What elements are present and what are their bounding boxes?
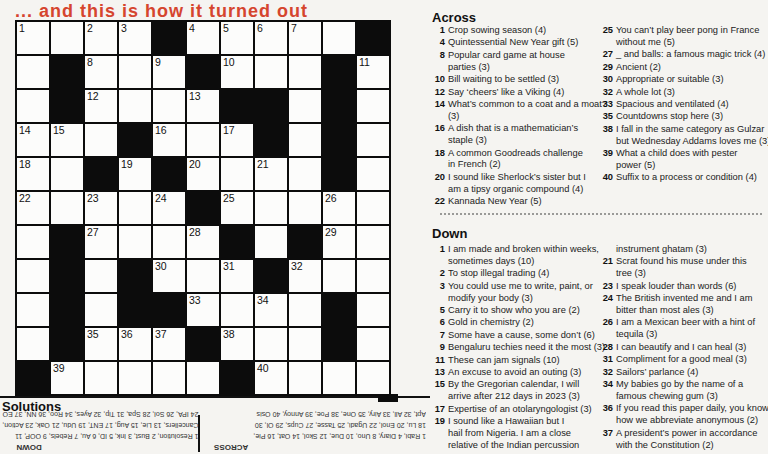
clue-text: Bill waiting to be settled (3)	[448, 74, 559, 86]
clue: 4Quintessential New Year gift (5)	[430, 37, 607, 49]
grid-cell[interactable]: 33	[187, 294, 219, 326]
clue-number: 10	[223, 56, 235, 68]
clues-divider	[440, 213, 762, 215]
down-clues-col2: instrument ghatam (3)21Scrat found his m…	[598, 244, 768, 452]
clue-number: 17	[223, 124, 235, 136]
clue-number: 30	[155, 260, 167, 272]
grid-cell[interactable]: 1	[17, 22, 49, 54]
grid-cell[interactable]	[17, 328, 49, 360]
grid-cell[interactable]	[51, 192, 83, 224]
clue: 10Bill waiting to be settled (3)	[430, 74, 607, 86]
clue-num: 35	[598, 111, 616, 123]
grid-cell-black	[255, 90, 287, 122]
down-clues-col1: 1I am made and broken within weeks,somet…	[430, 244, 605, 452]
grid-cell[interactable]: 23	[85, 192, 117, 224]
clue-number: 34	[257, 294, 269, 306]
grid-cell[interactable]	[357, 294, 389, 326]
grid-cell[interactable]: 6	[255, 22, 287, 54]
across-header: Across	[432, 10, 476, 25]
grid-cell[interactable]	[51, 22, 83, 54]
grid-cell[interactable]	[357, 362, 389, 394]
grid-cell[interactable]: 12	[85, 90, 117, 122]
clue: 24The British invented me and I ambitter…	[598, 293, 768, 317]
solutions-down-header: DOWN	[3, 442, 199, 453]
clue-number: 27	[87, 226, 99, 238]
grid-cell[interactable]: 29	[323, 226, 355, 258]
grid-cell[interactable]: 22	[17, 192, 49, 224]
clue-text: Countdowns stop here (3)	[616, 111, 723, 123]
clue-text: These can jam signals (10)	[448, 355, 560, 367]
clue-number: 36	[121, 328, 133, 340]
grid-cell[interactable]: 2	[85, 22, 117, 54]
clue-num: 1	[430, 25, 448, 37]
grid-cell-black	[51, 260, 83, 292]
clue: 25You can’t play beer pong in Francewith…	[598, 25, 768, 49]
across-clues-col1: 1Crop sowing season (4)4Quintessential N…	[430, 25, 607, 209]
clue-text: Expertise of an otolaryngologist (3)	[448, 404, 592, 416]
clue-text: I fall in the same category as Gulzarbut…	[616, 124, 768, 148]
solutions-across-header: ACROSS	[200, 442, 426, 453]
clue-number: 26	[325, 192, 337, 204]
clue: 33Spacious and ventilated (4)	[598, 99, 768, 111]
clue-text: A common Goodreads challengein French (2…	[448, 148, 583, 172]
clue-text: I am a Mexican beer with a hint oftequil…	[616, 317, 755, 341]
clue-number: 12	[87, 90, 99, 102]
clue-num: 30	[598, 74, 616, 86]
clue-number: 22	[19, 192, 31, 204]
clue-num: 27	[598, 49, 616, 61]
clue-num: 29	[598, 62, 616, 74]
clue-text: Bengaluru techies need it the most (3)	[448, 342, 605, 354]
clue-num: 17	[430, 404, 448, 416]
clue-num: 23	[598, 281, 616, 293]
grid-cell[interactable]: 16	[153, 124, 185, 156]
solutions-rule-nub	[378, 394, 398, 402]
clue-number: 23	[87, 192, 99, 204]
grid-cell[interactable]	[119, 362, 151, 394]
clue-text: By the Gregorian calendar, I willarrive …	[448, 379, 580, 403]
grid-cell[interactable]: 18	[17, 158, 49, 190]
clue-num: 28	[598, 342, 616, 354]
grid-cell-black	[323, 56, 355, 88]
grid-cell[interactable]	[85, 362, 117, 394]
grid-cell[interactable]: 3	[119, 22, 151, 54]
clue: 22Kannada New Year (5)	[430, 196, 607, 208]
clue-text: A president’s power in accordancewith th…	[616, 428, 757, 452]
clue-num: 9	[430, 342, 448, 354]
clue: 29Ancient (2)	[598, 62, 768, 74]
clue-text: Gold in chemistry (2)	[448, 317, 534, 329]
grid-cell-black	[17, 362, 49, 394]
clue: 16A dish that is a mathematician’sstaple…	[430, 123, 607, 147]
clue-num: 6	[430, 317, 448, 329]
grid-cell[interactable]	[17, 226, 49, 258]
grid-cell-black	[289, 226, 321, 258]
grid-cell[interactable]	[17, 260, 49, 292]
clue-number: 19	[121, 158, 133, 170]
clue: 37A president’s power in accordancewith …	[598, 428, 768, 452]
clue-text: I am made and broken within weeks,someti…	[448, 244, 599, 268]
clue-num: 3	[430, 281, 448, 305]
grid-cell-black	[255, 260, 287, 292]
grid-cell[interactable]: 38	[221, 328, 253, 360]
clue: 40Suffix to a process or condition (4)	[598, 172, 768, 184]
grid-cell[interactable]	[323, 22, 355, 54]
grid-cell[interactable]: 27	[85, 226, 117, 258]
clue-num: 13	[430, 367, 448, 379]
clue: 27_ and balls: a famous magic trick (4)	[598, 49, 768, 61]
clue: 32A whole lot (3)	[598, 87, 768, 99]
grid-cell[interactable]: 7	[289, 22, 321, 54]
clue-num: 7	[430, 330, 448, 342]
grid-cell[interactable]: 35	[85, 328, 117, 360]
clue-num: 19	[430, 416, 448, 452]
clue-num: 14	[430, 99, 448, 123]
clue-num: 33	[598, 99, 616, 111]
clue: 36If you read this paper daily, you know…	[598, 403, 768, 427]
grid-cell[interactable]	[289, 294, 321, 326]
grid-cell-black	[119, 294, 151, 326]
clue-text: Spacious and ventilated (4)	[616, 99, 729, 111]
clue-number: 32	[291, 260, 303, 272]
clue-number: 9	[155, 56, 161, 68]
grid-cell-black	[51, 294, 83, 326]
clue: 26I am a Mexican beer with a hint oftequ…	[598, 317, 768, 341]
grid-cell[interactable]	[357, 158, 389, 190]
clue: 6Gold in chemistry (2)	[430, 317, 605, 329]
grid-cell[interactable]	[187, 260, 219, 292]
clue-text: A dish that is a mathematician’sstaple (…	[448, 123, 578, 147]
clue-num: 31	[598, 354, 616, 366]
clue-number: 21	[257, 158, 269, 170]
clue-text: Say ‘cheers’ like a Viking (4)	[448, 87, 564, 99]
grid-cell-black	[357, 22, 389, 54]
grid-cell[interactable]	[289, 90, 321, 122]
clue-num: 18	[430, 148, 448, 172]
grid-cell[interactable]	[289, 56, 321, 88]
clue-text: You can’t play beer pong in Francewithou…	[616, 25, 759, 49]
grid-cell-black	[221, 226, 253, 258]
grid-cell[interactable]	[221, 294, 253, 326]
grid-cell[interactable]: 4	[187, 22, 219, 54]
grid-cell[interactable]	[255, 192, 287, 224]
clue: 13An excuse to avoid an outing (3)	[430, 367, 605, 379]
clue-num: 2	[430, 268, 448, 280]
grid-cell[interactable]	[85, 124, 117, 156]
clue-num: 25	[598, 25, 616, 49]
clue-num: 5	[430, 305, 448, 317]
clue-text: I can beautify and I can heal (3)	[616, 342, 746, 354]
grid-cell[interactable]	[221, 158, 253, 190]
clue-number: 31	[223, 260, 235, 272]
grid-cell[interactable]: 30	[153, 260, 185, 292]
clue: 38I fall in the same category as Gulzarb…	[598, 124, 768, 148]
clue-text: Compliment for a good meal (3)	[616, 354, 747, 366]
clue-text: I speak louder than words (6)	[616, 281, 736, 293]
page-title: ... and this is how it turned out	[15, 1, 308, 22]
grid-cell-black	[51, 56, 83, 88]
solutions-line: 24 IPA, 26 Sol, 28 Spa, 31 Tip, 32 Ayes,…	[3, 409, 199, 420]
clue-number: 8	[87, 56, 93, 68]
clue: 32Sailors’ parlance (4)	[598, 367, 768, 379]
solutions-line: Cancellers, 13 Lie, 15 Aug, 17 ENT, 19 U…	[3, 420, 199, 431]
grid-cell[interactable]	[17, 56, 49, 88]
clue-num: 15	[430, 379, 448, 403]
solutions-across-block: ACROSS 1 Rabi, 4 Diary, 8 Uno, 10 Due, 1…	[200, 414, 426, 453]
grid-cell[interactable]: 20	[187, 158, 219, 190]
clue-text: _ and balls: a famous magic trick (4)	[616, 49, 765, 61]
across-clues-col2: 25You can’t play beer pong in Francewith…	[598, 25, 768, 185]
clue-text: An excuse to avoid an outing (3)	[448, 367, 581, 379]
grid-cell-black	[153, 22, 185, 54]
grid-cell-black	[153, 158, 185, 190]
grid-cell[interactable]	[289, 328, 321, 360]
clue-num: 4	[430, 37, 448, 49]
grid-cell[interactable]: 5	[221, 22, 253, 54]
grid-cell[interactable]: 31	[221, 260, 253, 292]
clue: 31Compliment for a good meal (3)	[598, 354, 768, 366]
grid-cell[interactable]	[17, 294, 49, 326]
grid-cell-black	[323, 328, 355, 360]
grid-cell[interactable]	[357, 328, 389, 360]
clue-number: 29	[325, 226, 337, 238]
grid-cell-black	[85, 158, 117, 190]
grid-cell[interactable]: 15	[51, 124, 83, 156]
clue: 18A common Goodreads challengein French …	[430, 148, 607, 172]
clue-number: 3	[121, 22, 127, 34]
solutions-column-divider	[199, 415, 201, 452]
clue-number: 6	[257, 22, 263, 34]
grid-cell[interactable]: 40	[255, 362, 287, 394]
clue: 39What a child does with pesterpower (5)	[598, 148, 768, 172]
clue: 9Bengaluru techies need it the most (3)	[430, 342, 605, 354]
clue-text: What’s common to a coat and a moat?(3)	[448, 99, 607, 123]
grid-cell[interactable]	[153, 362, 185, 394]
clue-number: 11	[359, 56, 370, 68]
clue-text: Appropriate or suitable (3)	[616, 74, 724, 86]
clue: 20I sound like Sherlock’s sister but Iam…	[430, 172, 607, 196]
grid-cell[interactable]	[119, 226, 151, 258]
clue-number: 39	[53, 362, 65, 374]
grid-cell[interactable]: 34	[255, 294, 287, 326]
grid-cell-black	[187, 56, 219, 88]
grid-cell[interactable]: 17	[221, 124, 253, 156]
clue-num: 39	[598, 148, 616, 172]
clue-text: I sound like a Hawaiian but Ihail from N…	[448, 416, 579, 452]
clue-text: Quintessential New Year gift (5)	[448, 37, 578, 49]
grid-cell[interactable]: 25	[221, 192, 253, 224]
grid-cell[interactable]	[85, 294, 117, 326]
clue-text: Ancient (2)	[616, 62, 661, 74]
clue: instrument ghatam (3)	[598, 244, 768, 256]
clue: 35Countdowns stop here (3)	[598, 111, 768, 123]
grid-cell-black	[323, 90, 355, 122]
grid-cell[interactable]: 28	[187, 226, 219, 258]
grid-cell[interactable]	[153, 90, 185, 122]
grid-cell[interactable]	[119, 192, 151, 224]
clue-text: You could use me to write, paint, ormodi…	[448, 281, 593, 305]
grid-cell[interactable]: 36	[119, 328, 151, 360]
grid-cell[interactable]	[119, 90, 151, 122]
clue-text: I sound like Sherlock’s sister but Iam a…	[448, 172, 586, 196]
clue-number: 7	[291, 22, 297, 34]
grid-cell[interactable]: 10	[221, 56, 253, 88]
solutions-line: 1 Rabi, 4 Diary, 8 Uno, 10 Due, 12 Skol,…	[200, 431, 426, 442]
clue-num: 10	[430, 74, 448, 86]
clue: 2To stop illegal trading (4)	[430, 268, 605, 280]
clue-num: 11	[430, 355, 448, 367]
grid-cell-black	[119, 260, 151, 292]
clue: 19I sound like a Hawaiian but Ihail from…	[430, 416, 605, 452]
clue-num: 34	[598, 379, 616, 403]
clue-number: 18	[19, 158, 31, 170]
clue: 11These can jam signals (10)	[430, 355, 605, 367]
clue: 1I am made and broken within weeks,somet…	[430, 244, 605, 268]
grid-cell-black	[187, 328, 219, 360]
clue-num	[598, 244, 616, 256]
clue-num: 38	[598, 124, 616, 148]
grid-cell[interactable]	[255, 226, 287, 258]
grid-cell[interactable]	[255, 56, 287, 88]
clue-num: 1	[430, 244, 448, 268]
clue-number: 25	[223, 192, 235, 204]
grid-cell[interactable]: 26	[323, 192, 355, 224]
clue-text: A whole lot (3)	[616, 87, 675, 99]
clue-text: Suffix to a process or condition (4)	[616, 172, 757, 184]
clue: 28I can beautify and I can heal (3)	[598, 342, 768, 354]
grid-cell[interactable]	[187, 124, 219, 156]
clue-text: My babies go by the name of afamous chew…	[616, 379, 743, 403]
grid-cell-black	[51, 90, 83, 122]
grid-cell[interactable]: 39	[51, 362, 83, 394]
clue-text: Carry it to show who you are (2)	[448, 305, 580, 317]
clue-num: 22	[430, 196, 448, 208]
grid-cell[interactable]	[85, 260, 117, 292]
grid-cell-black	[153, 294, 185, 326]
clue: 21Scrat found his muse under thistree (3…	[598, 256, 768, 280]
grid-cell[interactable]: 32	[289, 260, 321, 292]
solutions-flipped-block: ACROSS 1 Rabi, 4 Diary, 8 Uno, 10 Due, 1…	[2, 414, 426, 453]
clue-text: Scrat found his muse under thistree (3)	[616, 256, 747, 280]
clue-text: Sailors’ parlance (4)	[616, 367, 698, 379]
grid-cell-black	[187, 192, 219, 224]
grid-cell[interactable]	[17, 90, 49, 122]
grid-cell-black	[323, 294, 355, 326]
grid-cell[interactable]	[187, 362, 219, 394]
grid-cell[interactable]	[289, 192, 321, 224]
solutions-down-block: DOWN 1 Resolution, 2 Bust, 3 Ink, 5 ID, …	[3, 414, 199, 453]
grid-cell[interactable]	[289, 158, 321, 190]
clue: 30Appropriate or suitable (3)	[598, 74, 768, 86]
clue-num: 32	[598, 367, 616, 379]
clue-number: 20	[189, 158, 201, 170]
clue-text: If you read this paper daily, you knowho…	[616, 403, 768, 427]
grid-cell[interactable]: 11	[357, 56, 389, 88]
clue: 34My babies go by the name of afamous ch…	[598, 379, 768, 403]
clue-num: 36	[598, 403, 616, 427]
clue-text: Popular card game at houseparties (3)	[448, 50, 565, 74]
clue: 17Expertise of an otolaryngologist (3)	[430, 404, 605, 416]
grid-cell[interactable]	[289, 362, 321, 394]
clue-number: 24	[155, 192, 167, 204]
clue-number: 2	[87, 22, 93, 34]
clue: 7Some have a cause, some don’t (6)	[430, 330, 605, 342]
grid-cell[interactable]: 9	[153, 56, 185, 88]
grid-cell-black	[51, 328, 83, 360]
grid-cell[interactable]	[357, 90, 389, 122]
grid-cell[interactable]	[153, 226, 185, 258]
grid-cell-black	[221, 362, 253, 394]
clue: 14What’s common to a coat and a moat?(3)	[430, 99, 607, 123]
grid-cell[interactable]	[119, 56, 151, 88]
grid-cell-black	[221, 90, 253, 122]
clue: 12Say ‘cheers’ like a Viking (4)	[430, 87, 607, 99]
solutions-line: 1 Resolution, 2 Bust, 3 Ink, 5 ID, 6 Au,…	[3, 431, 199, 442]
clue-number: 37	[155, 328, 167, 340]
clue: 5Carry it to show who you are (2)	[430, 305, 605, 317]
clue-num: 20	[430, 172, 448, 196]
clue-num: 24	[598, 293, 616, 317]
clue-number: 33	[189, 294, 201, 306]
clue-num: 37	[598, 428, 616, 452]
clue-number: 35	[87, 328, 99, 340]
grid-cell[interactable]: 8	[85, 56, 117, 88]
grid-cell[interactable]	[255, 328, 287, 360]
clue-text: The British invented me and I ambitter t…	[616, 293, 752, 317]
clue-num: 21	[598, 256, 616, 280]
clue-number: 13	[189, 90, 201, 102]
grid-cell-black	[51, 226, 83, 258]
grid-cell[interactable]	[323, 260, 355, 292]
grid-cell[interactable]: 24	[153, 192, 185, 224]
grid-cell[interactable]: 13	[187, 90, 219, 122]
clue-number: 28	[189, 226, 201, 238]
clue: 15By the Gregorian calendar, I willarriv…	[430, 379, 605, 403]
clue-number: 38	[223, 328, 235, 340]
clue: 23I speak louder than words (6)	[598, 281, 768, 293]
crossword-grid: 1234567891011121314151617181920212223242…	[15, 20, 391, 396]
grid-cell[interactable]	[357, 260, 389, 292]
grid-cell-black	[255, 124, 287, 156]
grid-cell[interactable]	[323, 362, 355, 394]
grid-cell-black	[323, 124, 355, 156]
clue-number: 14	[19, 124, 31, 136]
grid-cell[interactable]	[51, 158, 83, 190]
solutions-line: 18 Lu, 20 Enol, 22 Ugadi, 25 Tasse, 27 C…	[200, 420, 426, 431]
grid-cell[interactable]: 37	[153, 328, 185, 360]
clue-num: 32	[598, 87, 616, 99]
grid-cell[interactable]	[357, 226, 389, 258]
clue-num: 16	[430, 123, 448, 147]
grid-cell[interactable]: 14	[17, 124, 49, 156]
clue: 3You could use me to write, paint, ormod…	[430, 281, 605, 305]
grid-cell[interactable]	[289, 124, 321, 156]
clue-number: 4	[189, 22, 195, 34]
clue-number: 40	[257, 362, 269, 374]
clue: 8Popular card game at houseparties (3)	[430, 50, 607, 74]
clue-text: instrument ghatam (3)	[616, 244, 707, 256]
clue-num: 40	[598, 172, 616, 184]
clue-number: 15	[53, 124, 65, 136]
grid-cell[interactable]: 19	[119, 158, 151, 190]
grid-cell[interactable]	[357, 192, 389, 224]
clue-text: Kannada New Year (5)	[448, 196, 542, 208]
clue-number: 5	[223, 22, 229, 34]
grid-cell[interactable]	[357, 124, 389, 156]
clue-number: 16	[155, 124, 167, 136]
clue-text: Crop sowing season (4)	[448, 25, 546, 37]
grid-cell[interactable]: 21	[255, 158, 287, 190]
